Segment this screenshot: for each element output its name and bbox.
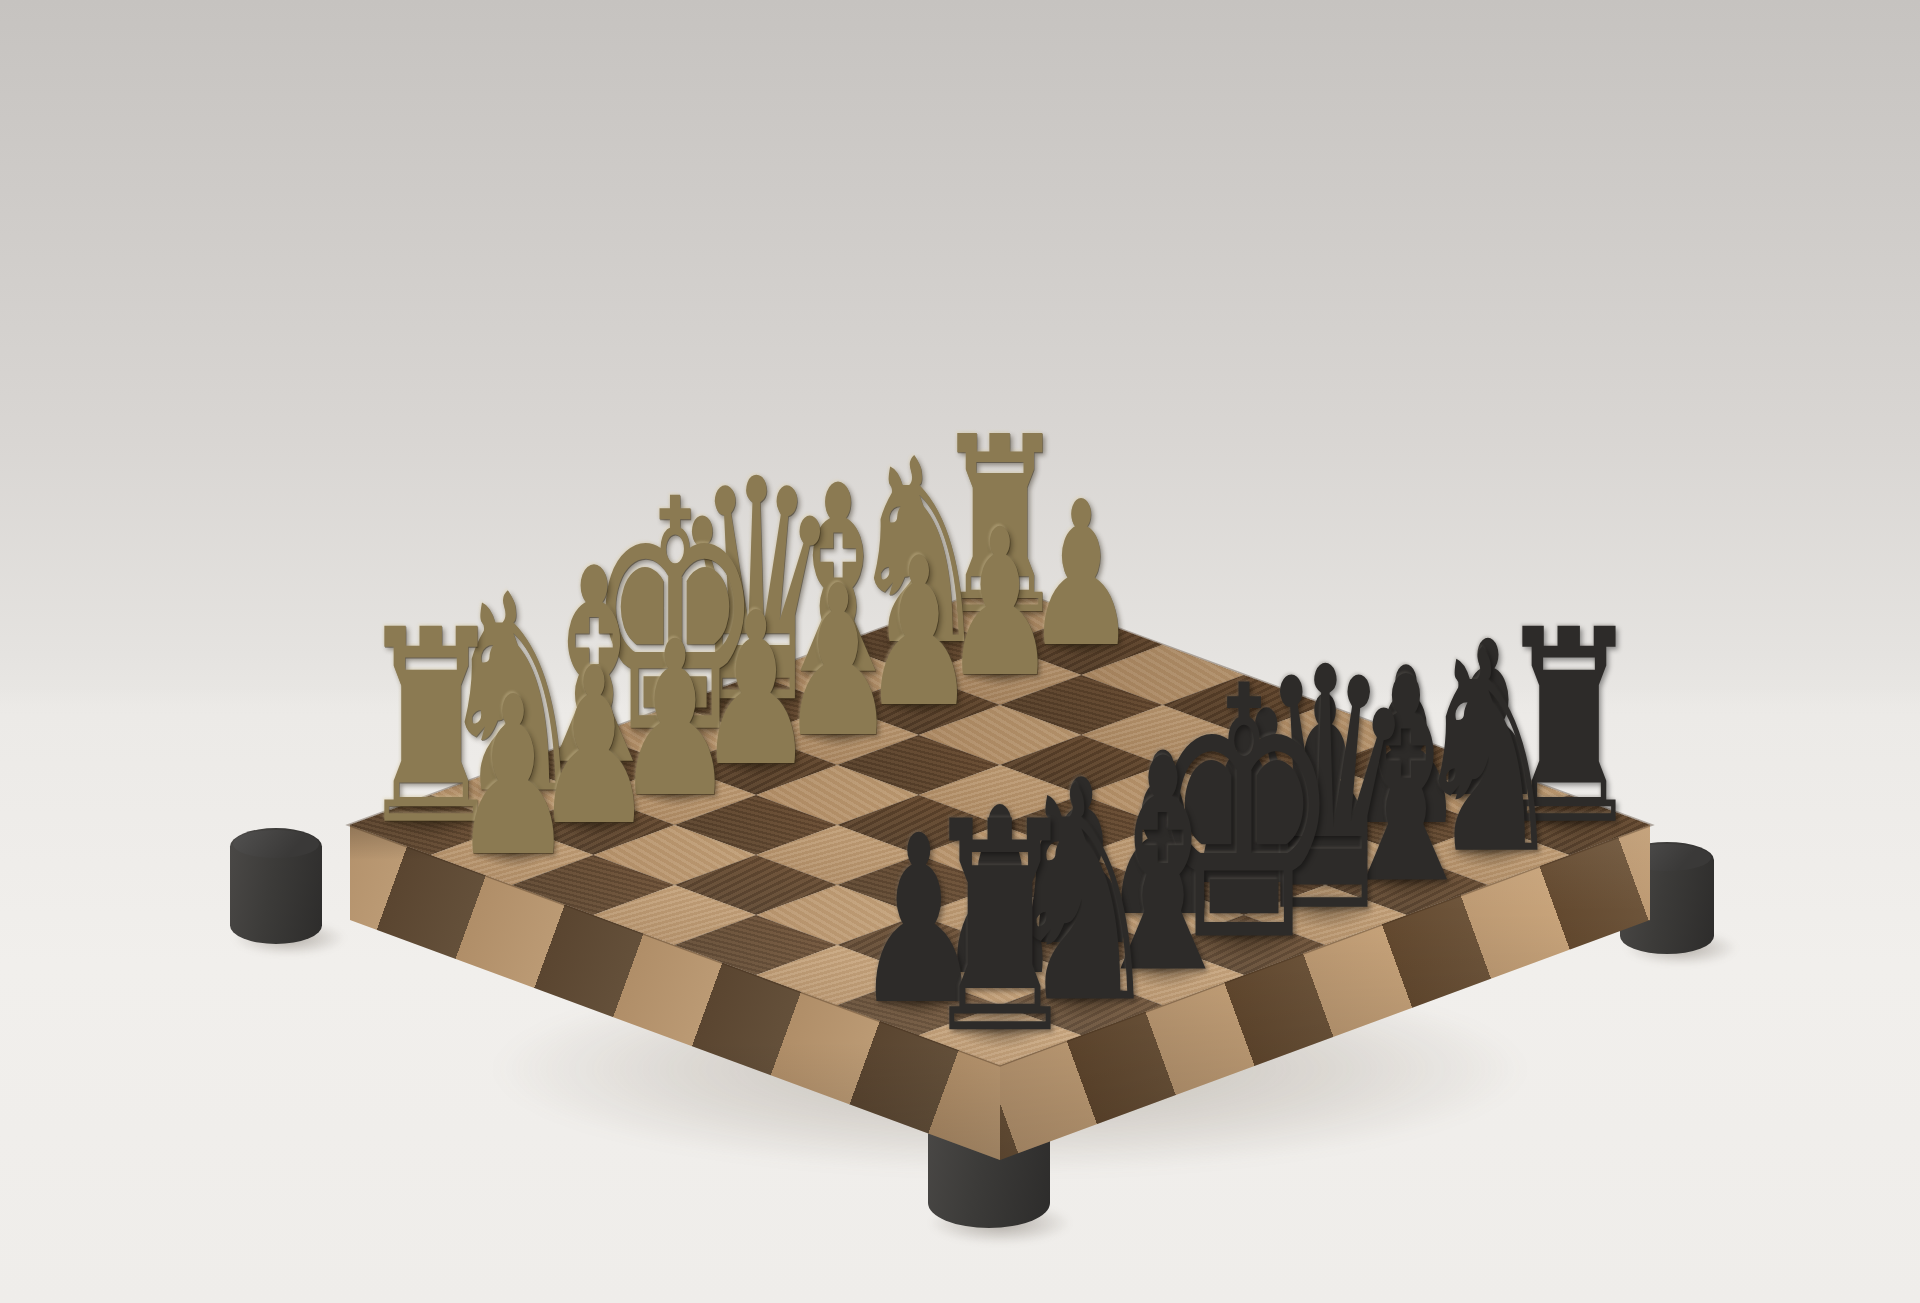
black-rook-h8[interactable]: ♜ — [919, 813, 1080, 1045]
scene: ♜♞♝♛♚♝♞♜♟♟♟♟♟♟♟♟♟♟♟♟♟♟♟♟♜♞♝♛♚♝♞♜ — [0, 0, 1920, 1303]
pieces-layer: ♜♞♝♛♚♝♞♜♟♟♟♟♟♟♟♟♟♟♟♟♟♟♟♟♜♞♝♛♚♝♞♜ — [0, 0, 1920, 1303]
white-pawn-h2[interactable]: ♟ — [452, 690, 574, 865]
